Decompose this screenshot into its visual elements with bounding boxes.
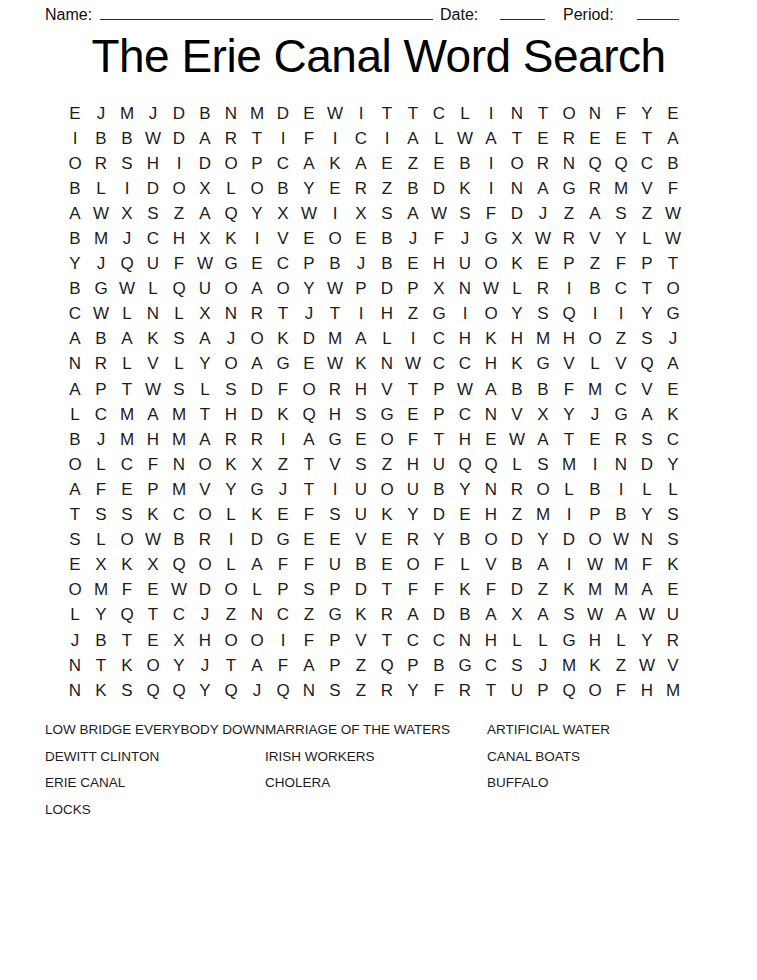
grid-cell: K [270,402,296,427]
grid-cell: O [244,628,270,653]
grid-cell: E [400,252,426,277]
grid-cell: C [660,427,686,452]
grid-cell: H [478,352,504,377]
grid-cell: N [452,277,478,302]
grid-cell: E [374,528,400,553]
grid-cell: L [114,302,140,327]
grid-cell: R [530,151,556,176]
period-label: Period: [563,6,614,24]
grid-cell: M [244,101,270,126]
grid-cell: E [114,477,140,502]
grid-cell: G [660,302,686,327]
grid-cell: A [478,603,504,628]
grid-cell: M [582,377,608,402]
grid-cell: K [88,678,114,703]
grid-cell: L [504,628,530,653]
grid-cell: G [88,277,114,302]
grid-cell: U [452,252,478,277]
grid-cell: B [62,277,88,302]
grid-cell: L [88,176,114,201]
grid-cell: P [582,503,608,528]
grid-cell: E [140,578,166,603]
grid-cell: L [426,126,452,151]
grid-cell: F [270,653,296,678]
period-blank-line [637,4,679,20]
grid-cell: M [114,101,140,126]
grid-cell: V [634,176,660,201]
grid-cell: M [166,427,192,452]
grid-cell: B [426,653,452,678]
grid-cell: Z [504,503,530,528]
grid-cell: R [374,603,400,628]
grid-cell: W [478,277,504,302]
grid-cell: Q [374,653,400,678]
grid-cell: T [530,101,556,126]
grid-cell: Z [400,151,426,176]
grid-cell: K [374,503,400,528]
grid-cell: U [348,477,374,502]
grid-cell: M [608,578,634,603]
grid-cell: Y [608,226,634,251]
grid-cell: J [140,101,166,126]
grid-cell: J [296,302,322,327]
grid-cell: T [556,427,582,452]
grid-cell: K [452,176,478,201]
grid-cell: Y [634,628,660,653]
grid-cell: M [660,678,686,703]
grid-cell: Q [140,678,166,703]
grid-cell: F [608,678,634,703]
grid-cell: Q [218,201,244,226]
grid-cell: X [504,226,530,251]
grid-cell: U [140,252,166,277]
grid-cell: E [426,151,452,176]
grid-cell: E [582,126,608,151]
grid-cell: B [660,151,686,176]
grid-cell: T [270,302,296,327]
grid-cell: Y [296,277,322,302]
grid-cell: R [582,176,608,201]
grid-cell: K [660,402,686,427]
grid-cell: I [62,126,88,151]
grid-cell: G [556,628,582,653]
grid-cell: L [166,302,192,327]
grid-cell: I [244,226,270,251]
grid-cell: O [374,477,400,502]
grid-cell: H [426,252,452,277]
grid-cell: Q [478,452,504,477]
grid-cell: N [478,402,504,427]
grid-cell: W [582,553,608,578]
grid-cell: Z [608,327,634,352]
grid-cell: K [218,452,244,477]
grid-cell: W [634,603,660,628]
grid-cell: E [270,503,296,528]
grid-cell: Q [218,678,244,703]
grid-cell: L [218,553,244,578]
grid-cell: B [62,226,88,251]
grid-cell: B [88,327,114,352]
grid-cell: F [270,377,296,402]
grid-cell: P [322,653,348,678]
grid-cell: V [608,352,634,377]
grid-cell: F [140,452,166,477]
grid-cell: V [660,653,686,678]
word-list-item: CANAL BOATS [487,744,610,771]
grid-cell: R [400,528,426,553]
grid-cell: S [218,377,244,402]
grid-cell: Y [556,402,582,427]
word-list-item: MARRIAGE OF THE WATERS [265,717,450,744]
grid-cell: U [504,678,530,703]
grid-cell: S [660,528,686,553]
grid-cell: W [452,377,478,402]
grid-cell: A [608,603,634,628]
grid-cell: L [556,477,582,502]
grid-cell: A [192,201,218,226]
grid-cell: B [530,377,556,402]
grid-cell: P [322,628,348,653]
grid-cell: W [88,201,114,226]
grid-cell: D [504,201,530,226]
grid-cell: D [270,101,296,126]
grid-cell: O [374,427,400,452]
grid-cell: S [166,377,192,402]
grid-cell: D [556,528,582,553]
grid-cell: N [218,302,244,327]
grid-cell: W [426,201,452,226]
grid-cell: S [348,452,374,477]
grid-cell: Z [582,252,608,277]
grid-cell: E [530,126,556,151]
grid-cell: C [270,252,296,277]
grid-cell: E [322,528,348,553]
grid-cell: D [426,603,452,628]
grid-cell: C [166,503,192,528]
grid-cell: L [634,226,660,251]
grid-cell: L [140,277,166,302]
grid-cell: P [530,678,556,703]
grid-cell: O [530,477,556,502]
grid-cell: H [140,427,166,452]
grid-cell: A [582,201,608,226]
grid-cell: D [192,578,218,603]
grid-cell: O [192,452,218,477]
grid-cell: V [192,477,218,502]
grid-cell: I [270,427,296,452]
grid-cell: B [192,101,218,126]
grid-cell: B [62,176,88,201]
grid-cell: S [322,678,348,703]
grid-cell: S [660,503,686,528]
grid-cell: H [504,327,530,352]
grid-cell: A [530,427,556,452]
grid-cell: Y [88,603,114,628]
grid-cell: T [634,126,660,151]
grid-cell: D [140,176,166,201]
grid-cell: V [270,226,296,251]
grid-cell: C [400,628,426,653]
grid-cell: R [504,477,530,502]
grid-cell: X [88,553,114,578]
grid-cell: I [556,277,582,302]
grid-cell: I [608,302,634,327]
grid-cell: A [400,201,426,226]
grid-cell: W [634,653,660,678]
grid-cell: N [296,678,322,703]
grid-cell: S [504,653,530,678]
grid-cell: D [192,151,218,176]
grid-cell: P [88,377,114,402]
grid-cell: I [556,503,582,528]
grid-cell: U [348,503,374,528]
grid-cell: C [140,226,166,251]
grid-cell: P [348,277,374,302]
grid-cell: L [62,603,88,628]
grid-cell: Y [192,678,218,703]
grid-cell: D [244,528,270,553]
grid-cell: E [452,503,478,528]
grid-cell: C [426,327,452,352]
grid-cell: O [244,327,270,352]
grid-cell: B [88,628,114,653]
grid-cell: M [608,553,634,578]
word-list-item: BUFFALO [487,770,610,797]
grid-cell: K [244,503,270,528]
grid-cell: Y [634,101,660,126]
grid-cell: T [218,653,244,678]
grid-cell: Q [270,678,296,703]
grid-cell: M [166,402,192,427]
grid-cell: L [244,578,270,603]
grid-cell: G [270,352,296,377]
grid-cell: A [400,126,426,151]
grid-cell: M [114,427,140,452]
grid-cell: G [244,477,270,502]
grid-cell: G [452,653,478,678]
grid-cell: I [270,628,296,653]
grid-cell: D [374,277,400,302]
grid-cell: I [114,176,140,201]
grid-cell: O [218,277,244,302]
grid-cell: A [192,126,218,151]
grid-cell: E [660,578,686,603]
grid-cell: L [452,553,478,578]
grid-cell: A [244,352,270,377]
grid-cell: S [296,578,322,603]
grid-cell: L [62,402,88,427]
grid-cell: A [348,327,374,352]
grid-cell: W [452,126,478,151]
grid-cell: Y [660,452,686,477]
grid-cell: Q [166,277,192,302]
grid-cell: B [62,427,88,452]
grid-cell: F [608,252,634,277]
grid-cell: P [296,252,322,277]
grid-cell: A [244,653,270,678]
grid-cell: J [530,653,556,678]
grid-cell: Y [166,653,192,678]
grid-cell: B [400,176,426,201]
grid-cell: O [582,528,608,553]
grid-cell: K [140,503,166,528]
grid-cell: X [166,628,192,653]
grid-cell: I [608,477,634,502]
grid-cell: G [530,352,556,377]
grid-cell: H [166,226,192,251]
grid-cell: K [556,578,582,603]
grid-cell: P [322,578,348,603]
grid-cell: A [62,327,88,352]
grid-cell: N [504,101,530,126]
grid-cell: W [530,226,556,251]
grid-cell: O [166,176,192,201]
grid-cell: W [140,377,166,402]
grid-cell: L [88,452,114,477]
grid-cell: J [88,427,114,452]
grid-cell: W [322,352,348,377]
grid-cell: M [582,578,608,603]
grid-cell: I [478,101,504,126]
grid-cell: N [166,452,192,477]
grid-cell: G [374,402,400,427]
grid-cell: C [114,452,140,477]
grid-cell: L [88,528,114,553]
grid-cell: N [374,352,400,377]
grid-cell: H [192,628,218,653]
grid-cell: I [374,126,400,151]
grid-cell: H [452,327,478,352]
grid-cell: C [452,352,478,377]
grid-cell: D [348,578,374,603]
grid-cell: N [582,101,608,126]
grid-cell: K [478,327,504,352]
grid-cell: S [374,201,400,226]
grid-cell: T [114,628,140,653]
grid-cell: H [582,628,608,653]
grid-cell: L [504,452,530,477]
grid-cell: O [660,277,686,302]
grid-cell: B [374,252,400,277]
grid-cell: N [634,528,660,553]
grid-cell: M [166,477,192,502]
grid-cell: W [140,528,166,553]
grid-cell: S [556,603,582,628]
grid-cell: T [114,377,140,402]
grid-cell: K [348,352,374,377]
grid-cell: M [114,402,140,427]
grid-cell: R [88,352,114,377]
grid-cell: S [322,503,348,528]
grid-cell: Z [400,302,426,327]
grid-cell: J [62,628,88,653]
grid-cell: E [374,553,400,578]
grid-cell: B [270,176,296,201]
grid-cell: A [660,126,686,151]
grid-cell: B [504,377,530,402]
grid-cell: I [400,327,426,352]
grid-cell: D [426,176,452,201]
grid-cell: E [140,628,166,653]
grid-cell: P [426,402,452,427]
grid-cell: T [140,603,166,628]
grid-cell: O [62,578,88,603]
grid-cell: W [166,578,192,603]
grid-cell: F [660,176,686,201]
grid-cell: T [400,101,426,126]
grid-cell: A [114,327,140,352]
grid-cell: V [140,352,166,377]
grid-cell: P [244,151,270,176]
grid-cell: Q [114,603,140,628]
grid-cell: J [88,101,114,126]
grid-cell: V [374,377,400,402]
grid-cell: T [192,402,218,427]
grid-cell: X [192,176,218,201]
grid-cell: J [270,477,296,502]
grid-cell: H [400,452,426,477]
grid-cell: T [374,578,400,603]
grid-cell: W [296,201,322,226]
grid-cell: J [192,603,218,628]
grid-cell: W [322,277,348,302]
grid-cell: A [478,126,504,151]
grid-cell: R [244,427,270,452]
grid-cell: Z [348,653,374,678]
grid-cell: H [478,628,504,653]
grid-cell: X [192,226,218,251]
grid-cell: X [270,201,296,226]
grid-cell: I [322,126,348,151]
grid-cell: M [88,226,114,251]
grid-cell: S [530,452,556,477]
grid-cell: A [530,603,556,628]
grid-cell: Z [270,452,296,477]
grid-cell: T [244,126,270,151]
grid-cell: Z [218,603,244,628]
grid-cell: Q [452,452,478,477]
grid-cell: T [478,678,504,703]
grid-cell: F [556,377,582,402]
grid-cell: C [426,101,452,126]
grid-cell: P [634,252,660,277]
grid-cell: N [478,477,504,502]
grid-cell: B [608,503,634,528]
grid-cell: I [582,452,608,477]
grid-cell: Q [114,252,140,277]
grid-cell: K [504,352,530,377]
grid-cell: O [192,553,218,578]
grid-cell: I [556,553,582,578]
grid-cell: J [88,252,114,277]
grid-cell: W [400,352,426,377]
grid-cell: Y [634,302,660,327]
word-list-column: LOW BRIDGE EVERYBODY DOWNDEWITT CLINTONE… [45,717,265,823]
grid-cell: H [374,302,400,327]
grid-cell: D [634,452,660,477]
grid-cell: W [114,277,140,302]
grid-cell: K [582,653,608,678]
grid-cell: J [348,252,374,277]
grid-cell: Y [296,176,322,201]
grid-cell: B [322,252,348,277]
grid-cell: E [348,226,374,251]
worksheet-page: Name: Date: Period: The Erie Canal Word … [0,0,757,980]
grid-cell: B [166,528,192,553]
grid-cell: M [530,327,556,352]
grid-cell: B [504,553,530,578]
grid-cell: K [270,327,296,352]
